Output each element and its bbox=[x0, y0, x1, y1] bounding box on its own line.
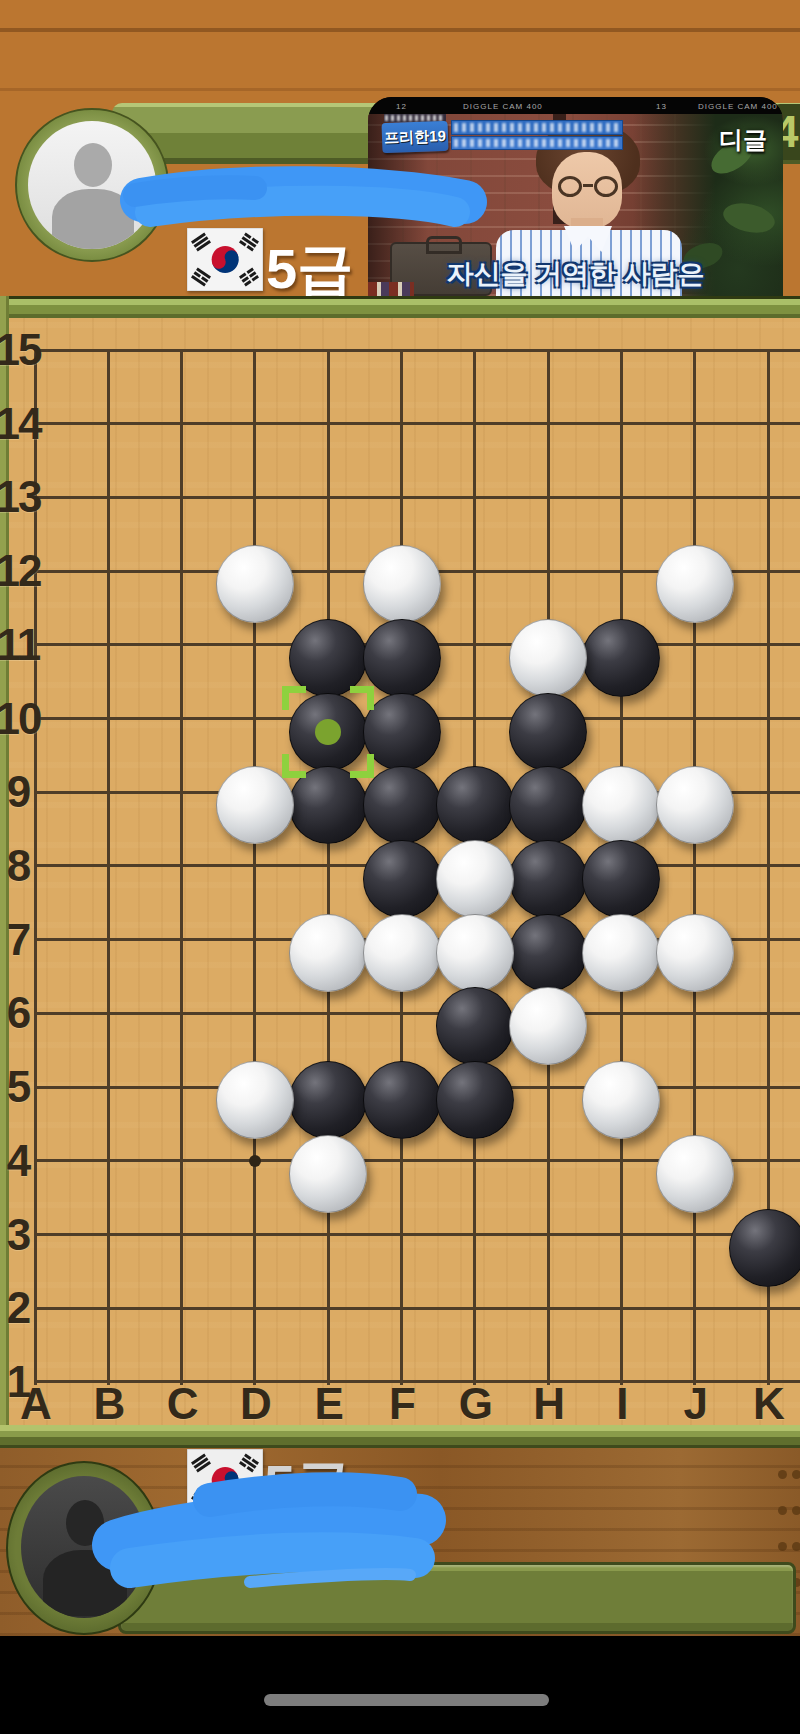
black-stone-F9 bbox=[363, 766, 441, 844]
white-stone-J12 bbox=[656, 545, 734, 623]
black-stone-K3 bbox=[729, 1209, 800, 1287]
row-coordinate-label: 5 bbox=[7, 1062, 29, 1112]
black-stone-F10 bbox=[363, 693, 441, 771]
row-coordinate-label: 14 bbox=[0, 399, 40, 449]
omok-game-screen: 4 5급 bbox=[0, 0, 800, 1734]
grid-vertical-line bbox=[253, 350, 256, 1385]
home-indicator-bar[interactable] bbox=[264, 1694, 549, 1706]
column-coordinate-label: E bbox=[315, 1379, 342, 1429]
white-stone-D5 bbox=[216, 1061, 294, 1139]
white-stone-F7 bbox=[363, 914, 441, 992]
black-stone-I11 bbox=[582, 619, 660, 697]
black-stone-F5 bbox=[363, 1061, 441, 1139]
black-stone-F8 bbox=[363, 840, 441, 918]
white-stone-H6 bbox=[509, 987, 587, 1065]
column-coordinate-label: D bbox=[240, 1379, 270, 1429]
avatar-placeholder-icon bbox=[21, 1476, 147, 1618]
row-coordinate-label: 13 bbox=[0, 472, 40, 522]
row-coordinate-label: 15 bbox=[0, 325, 40, 375]
black-stone-H8 bbox=[509, 840, 587, 918]
black-stone-G6 bbox=[436, 987, 514, 1065]
board-frame-bottom bbox=[0, 1425, 800, 1448]
chat-input-bar[interactable] bbox=[118, 1562, 796, 1634]
row-coordinate-label: 7 bbox=[7, 915, 29, 965]
column-coordinate-label: K bbox=[753, 1379, 783, 1429]
black-stone-G9 bbox=[436, 766, 514, 844]
grid-vertical-line bbox=[693, 350, 696, 1385]
row-coordinate-label: 9 bbox=[7, 767, 29, 817]
black-stone-I8 bbox=[582, 840, 660, 918]
white-stone-D9 bbox=[216, 766, 294, 844]
column-coordinate-label: I bbox=[616, 1379, 626, 1429]
bottom-player-avatar[interactable] bbox=[6, 1461, 162, 1635]
black-stone-H9 bbox=[509, 766, 587, 844]
column-coordinate-label: J bbox=[683, 1379, 705, 1429]
white-stone-D12 bbox=[216, 545, 294, 623]
column-coordinate-label: C bbox=[167, 1379, 197, 1429]
white-stone-I9 bbox=[582, 766, 660, 844]
white-stone-J7 bbox=[656, 914, 734, 992]
row-coordinate-label: 10 bbox=[0, 694, 40, 744]
column-coordinate-label: F bbox=[389, 1379, 414, 1429]
black-stone-H7 bbox=[509, 914, 587, 992]
black-stone-E9 bbox=[289, 766, 367, 844]
column-coordinate-label: G bbox=[459, 1379, 491, 1429]
grid-horizontal-line bbox=[34, 1233, 800, 1236]
row-coordinate-label: 3 bbox=[7, 1210, 29, 1260]
black-stone-G5 bbox=[436, 1061, 514, 1139]
white-stone-F12 bbox=[363, 545, 441, 623]
white-stone-J4 bbox=[656, 1135, 734, 1213]
white-stone-J9 bbox=[656, 766, 734, 844]
column-coordinate-label: H bbox=[533, 1379, 563, 1429]
row-coordinate-label: 6 bbox=[7, 988, 29, 1038]
omok-board[interactable]: 151413121110987654321ABCDEFGHIJK bbox=[0, 296, 800, 1448]
column-coordinate-label: A bbox=[20, 1379, 50, 1429]
white-stone-E7 bbox=[289, 914, 367, 992]
black-stone-F11 bbox=[363, 619, 441, 697]
bottom-player-rank: 5급 bbox=[264, 1448, 351, 1524]
row-coordinate-label: 11 bbox=[0, 620, 39, 670]
bottom-black-region bbox=[0, 1636, 800, 1734]
white-stone-I5 bbox=[582, 1061, 660, 1139]
grid-vertical-line bbox=[180, 350, 183, 1385]
row-coordinate-label: 2 bbox=[7, 1283, 29, 1333]
grid-horizontal-line bbox=[34, 422, 800, 425]
grid-horizontal-line bbox=[34, 349, 800, 352]
grid-horizontal-line bbox=[34, 496, 800, 499]
grid-horizontal-line bbox=[34, 1012, 800, 1015]
white-stone-I7 bbox=[582, 914, 660, 992]
white-stone-E4 bbox=[289, 1135, 367, 1213]
row-coordinate-label: 4 bbox=[7, 1136, 29, 1186]
grid-vertical-line bbox=[327, 350, 330, 1385]
south-korea-flag-icon bbox=[187, 1449, 263, 1512]
white-stone-G7 bbox=[436, 914, 514, 992]
last-move-marker bbox=[284, 688, 372, 776]
black-stone-E5 bbox=[289, 1061, 367, 1139]
column-coordinate-label: B bbox=[93, 1379, 123, 1429]
grid-vertical-line bbox=[107, 350, 110, 1385]
row-coordinate-label: 12 bbox=[0, 546, 40, 596]
row-coordinate-label: 8 bbox=[7, 841, 29, 891]
white-stone-G8 bbox=[436, 840, 514, 918]
white-stone-H11 bbox=[509, 619, 587, 697]
star-point bbox=[249, 1155, 261, 1167]
grid-horizontal-line bbox=[34, 1307, 800, 1310]
black-stone-H10 bbox=[509, 693, 587, 771]
